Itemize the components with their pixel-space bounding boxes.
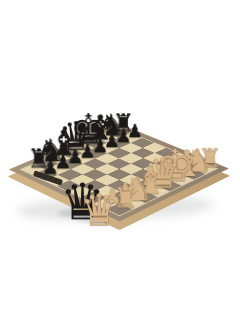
square-d6 bbox=[83, 158, 107, 169]
square-h2: ♟ bbox=[179, 158, 203, 169]
product-photo: ♜♞♝♛♚♝♞♜♟♟♟♟♟♟♟♟♟♟♟♟♟♟♟♟♜♞♝♛♚♝♞♜ ♛♛ bbox=[0, 0, 240, 329]
scene: ♜♞♝♛♚♝♞♜♟♟♟♟♟♟♟♟♟♟♟♟♟♟♟♟♜♞♝♛♚♝♞♜ bbox=[0, 34, 240, 304]
piece-black-rook-h8: ♜ bbox=[83, 111, 165, 136]
board-squares: ♜♞♝♛♚♝♞♜♟♟♟♟♟♟♟♟♟♟♟♟♟♟♟♟♜♞♝♛♚♝♞♜ bbox=[21, 128, 216, 215]
square-e1: ♚ bbox=[157, 180, 182, 191]
piece-black-knight-g8: ♞ bbox=[71, 111, 154, 141]
